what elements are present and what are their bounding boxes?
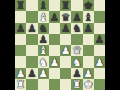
square-b1[interactable]: [26, 79, 37, 90]
chess-board: ♜♝♜♚♝♟♛♟♝♟♟♞♟♞♟♟♟♝♟♛♞♟♞♟♟♟♟♟♟♜♜♚: [15, 0, 105, 90]
piece-white-pawn[interactable]: ♟: [61, 45, 70, 56]
square-a5[interactable]: [15, 34, 26, 45]
app-background: ♜♝♜♚♝♟♛♟♝♟♟♞♟♞♟♟♟♝♟♛♞♟♞♟♟♟♟♟♟♜♜♚: [0, 0, 120, 90]
piece-black-knight[interactable]: ♞: [72, 23, 81, 34]
square-c1[interactable]: [38, 79, 49, 90]
square-d2[interactable]: [49, 68, 60, 79]
square-d7[interactable]: ♟: [49, 11, 60, 22]
piece-black-bishop[interactable]: ♝: [38, 0, 47, 11]
square-b5[interactable]: [26, 34, 37, 45]
piece-white-pawn[interactable]: ♟: [16, 68, 25, 79]
square-h1[interactable]: [94, 79, 105, 90]
piece-white-pawn[interactable]: ♟: [95, 56, 104, 67]
piece-white-bishop[interactable]: ♝: [38, 45, 47, 56]
piece-black-king[interactable]: ♚: [83, 0, 92, 11]
square-e2[interactable]: [60, 68, 71, 79]
square-h8[interactable]: [94, 0, 105, 11]
piece-black-bishop[interactable]: ♝: [83, 11, 92, 21]
piece-black-rook[interactable]: ♜: [16, 0, 25, 11]
piece-black-pawn[interactable]: ♟: [72, 68, 81, 79]
piece-black-knight[interactable]: ♞: [38, 23, 47, 34]
piece-white-knight[interactable]: ♞: [38, 56, 47, 67]
piece-white-rook[interactable]: ♜: [72, 79, 81, 90]
square-a1[interactable]: ♜: [15, 79, 26, 90]
square-c2[interactable]: ♟: [38, 68, 49, 79]
square-e3[interactable]: [60, 56, 71, 67]
square-f1[interactable]: ♜: [71, 79, 82, 90]
square-d1[interactable]: [49, 79, 60, 90]
piece-black-pawn[interactable]: ♟: [95, 34, 104, 45]
piece-white-rook[interactable]: ♜: [16, 79, 25, 90]
piece-white-queen[interactable]: ♛: [72, 45, 81, 56]
square-h2[interactable]: [94, 68, 105, 79]
square-e1[interactable]: [60, 79, 71, 90]
piece-black-pawn[interactable]: ♟: [83, 23, 92, 34]
piece-black-pawn[interactable]: ♟: [16, 23, 25, 34]
square-b6[interactable]: ♟: [26, 23, 37, 34]
square-e4[interactable]: ♟: [60, 45, 71, 56]
square-d3[interactable]: ♟: [49, 56, 60, 67]
square-d6[interactable]: [49, 23, 60, 34]
square-a6[interactable]: ♟: [15, 23, 26, 34]
square-a8[interactable]: ♜: [15, 0, 26, 11]
piece-white-bishop[interactable]: ♝: [38, 11, 47, 21]
square-g5[interactable]: [83, 34, 94, 45]
piece-black-rook[interactable]: ♜: [61, 0, 70, 11]
square-b2[interactable]: ♟: [26, 68, 37, 79]
square-h5[interactable]: ♟: [94, 34, 105, 45]
square-h7[interactable]: [94, 11, 105, 22]
piece-black-pawn[interactable]: ♟: [72, 11, 81, 21]
square-f6[interactable]: ♞: [71, 23, 82, 34]
piece-black-pawn[interactable]: ♟: [27, 23, 36, 34]
square-g4[interactable]: [83, 45, 94, 56]
square-b4[interactable]: [26, 45, 37, 56]
piece-white-pawn[interactable]: ♟: [38, 68, 47, 79]
piece-white-pawn[interactable]: ♟: [83, 68, 92, 79]
piece-white-king[interactable]: ♚: [83, 79, 92, 90]
piece-white-pawn[interactable]: ♟: [50, 56, 59, 67]
square-h3[interactable]: ♟: [94, 56, 105, 67]
piece-white-knight[interactable]: ♞: [72, 56, 81, 67]
piece-black-pawn[interactable]: ♟: [27, 68, 36, 79]
piece-black-queen[interactable]: ♛: [61, 11, 70, 21]
square-b8[interactable]: [26, 0, 37, 11]
square-a4[interactable]: [15, 45, 26, 56]
piece-black-pawn[interactable]: ♟: [61, 23, 70, 34]
square-d5[interactable]: [49, 34, 60, 45]
piece-black-pawn[interactable]: ♟: [50, 11, 59, 21]
square-e6[interactable]: ♟: [60, 23, 71, 34]
square-g6[interactable]: ♟: [83, 23, 94, 34]
square-g1[interactable]: ♚: [83, 79, 94, 90]
piece-black-pawn[interactable]: ♟: [38, 34, 47, 45]
